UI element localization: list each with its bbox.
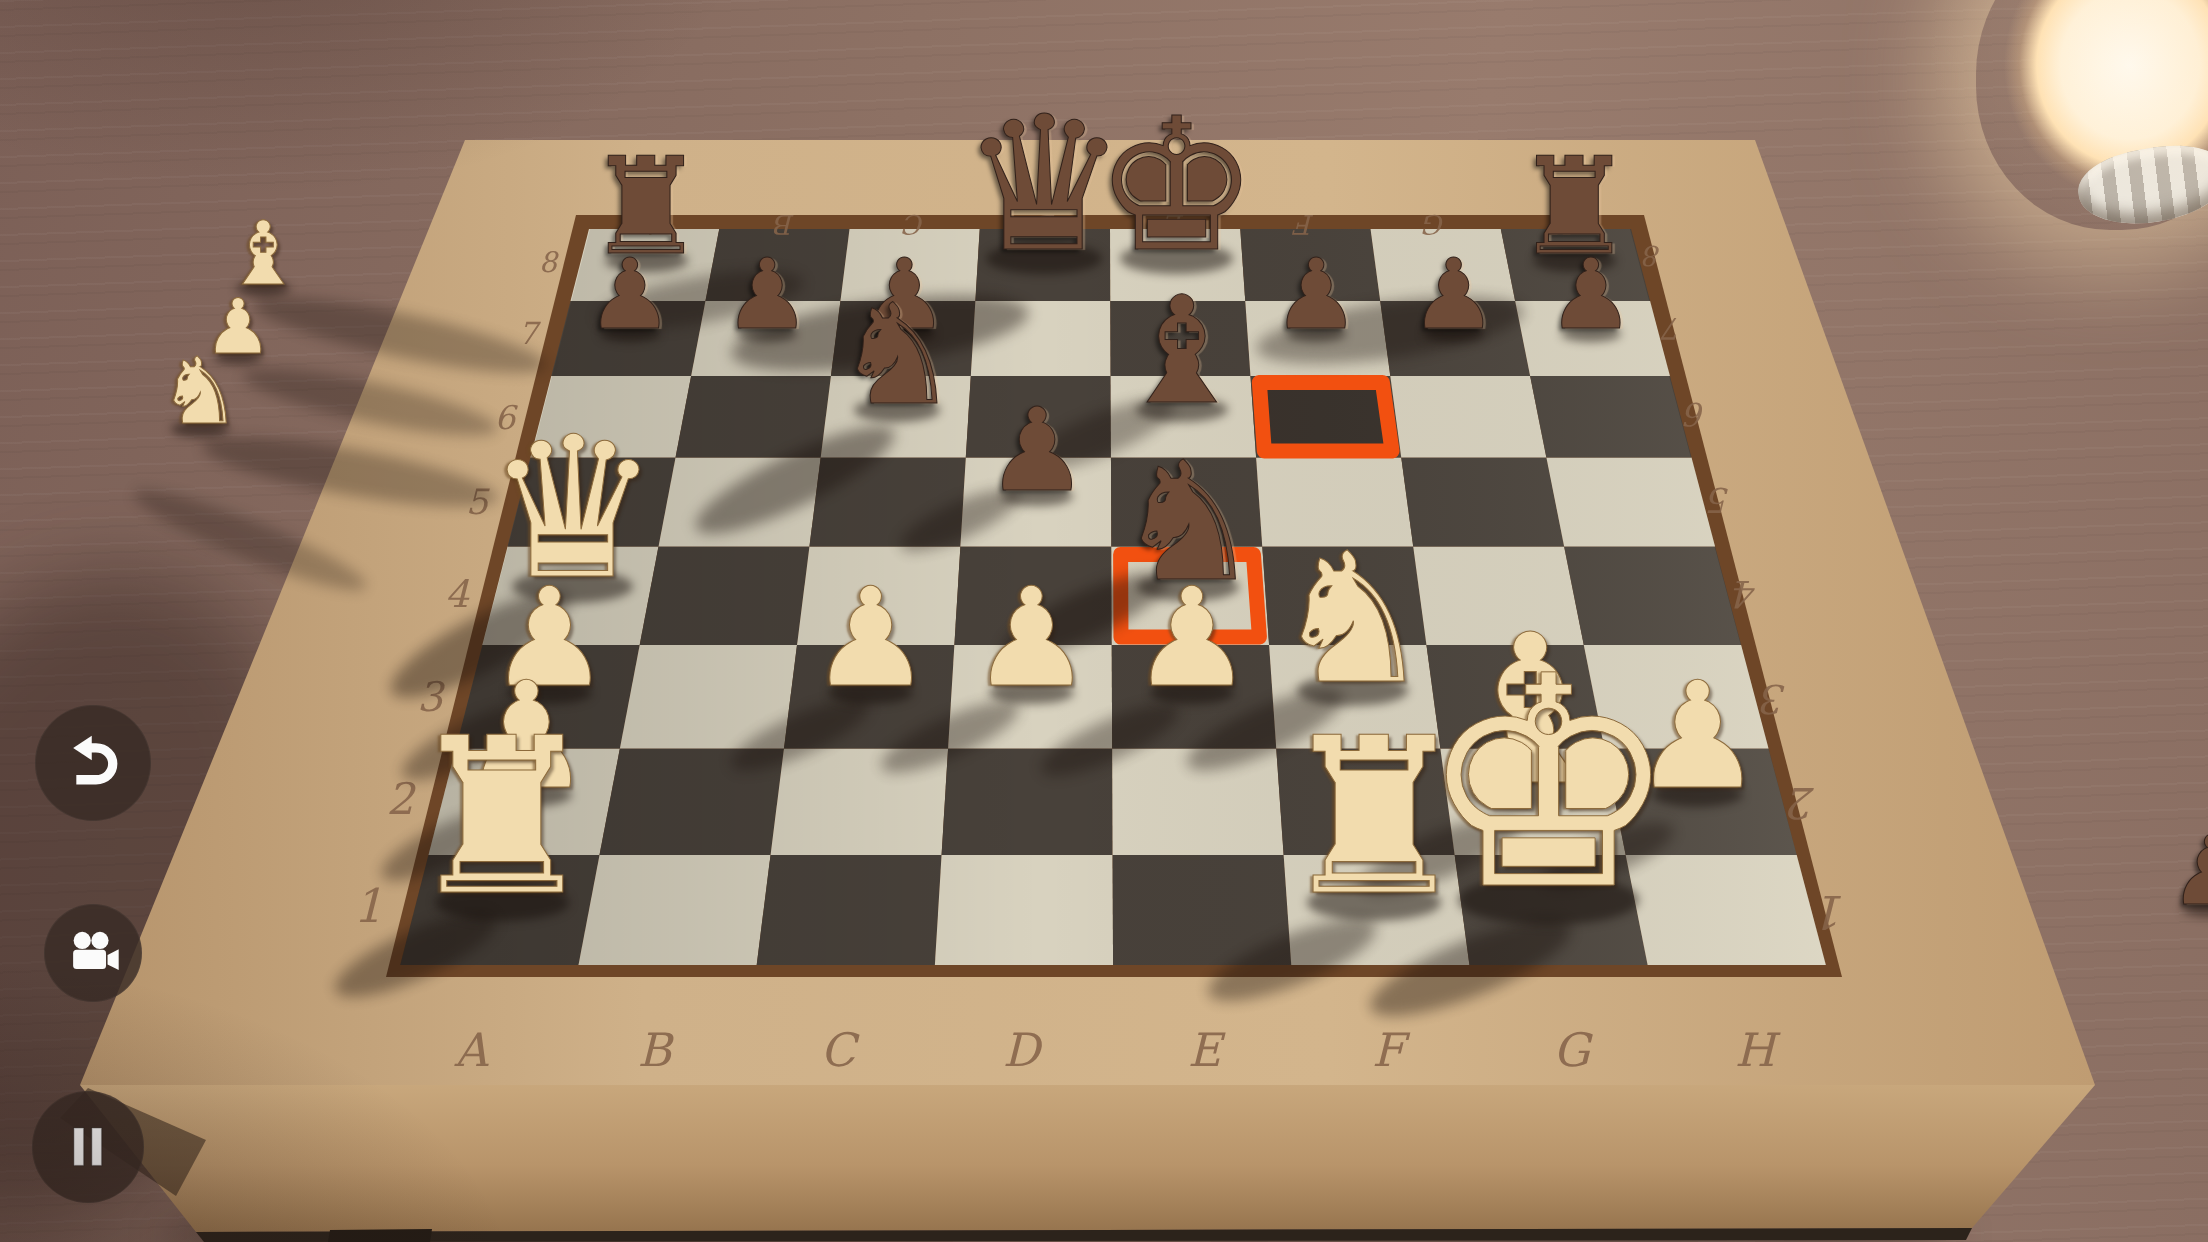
file-label-near-C: C bbox=[820, 1023, 860, 1077]
chess-board[interactable]: AABBCCDDEEFFGGHH1122334455667788 bbox=[0, 0, 2208, 1242]
chess-3d-scene: AABBCCDDEEFFGGHH1122334455667788 ♜♛♚♜♟♟♟… bbox=[0, 0, 2208, 1242]
rank-label-right-2: 2 bbox=[1787, 778, 1817, 828]
rank-label-right-6: 6 bbox=[1683, 395, 1706, 433]
board-light-sweep bbox=[400, 229, 1826, 965]
rank-label-right-3: 3 bbox=[1760, 676, 1788, 722]
rank-label-left-1: 1 bbox=[353, 879, 383, 933]
file-label-far-A: A bbox=[644, 209, 666, 240]
camera-button[interactable] bbox=[44, 904, 142, 1002]
file-label-far-H: H bbox=[1550, 209, 1577, 240]
file-label-far-G: G bbox=[1422, 209, 1446, 240]
file-label-near-E: E bbox=[1188, 1023, 1226, 1077]
file-label-near-B: B bbox=[637, 1023, 674, 1077]
undo-icon bbox=[57, 727, 129, 799]
file-label-near-A: A bbox=[453, 1023, 489, 1077]
rank-label-right-4: 4 bbox=[1734, 572, 1758, 615]
rank-label-right-5: 5 bbox=[1707, 480, 1731, 520]
file-label-near-D: D bbox=[1003, 1023, 1044, 1077]
file-label-far-E: E bbox=[1162, 209, 1185, 240]
rank-label-right-1: 1 bbox=[1818, 885, 1847, 939]
file-label-near-H: H bbox=[1735, 1023, 1781, 1077]
rank-label-left-3: 3 bbox=[417, 673, 446, 721]
rank-label-left-2: 2 bbox=[386, 774, 416, 824]
rank-label-left-4: 4 bbox=[445, 572, 470, 616]
file-label-far-B: B bbox=[773, 209, 795, 240]
pause-icon bbox=[53, 1112, 122, 1181]
rank-label-left-6: 6 bbox=[495, 399, 519, 437]
board-foot-mark bbox=[328, 1229, 432, 1242]
undo-button[interactable] bbox=[35, 705, 151, 821]
video-camera-icon bbox=[63, 923, 124, 984]
rank-label-right-8: 8 bbox=[1642, 239, 1662, 272]
pause-button[interactable] bbox=[32, 1091, 144, 1203]
board-frame-front-face bbox=[80, 1085, 2095, 1232]
file-label-far-C: C bbox=[901, 209, 925, 240]
rank-label-left-5: 5 bbox=[466, 481, 491, 522]
file-label-far-D: D bbox=[1032, 209, 1056, 240]
highlight-f6 bbox=[1259, 383, 1392, 451]
file-label-near-G: G bbox=[1553, 1023, 1593, 1077]
rank-label-left-8: 8 bbox=[539, 246, 560, 279]
